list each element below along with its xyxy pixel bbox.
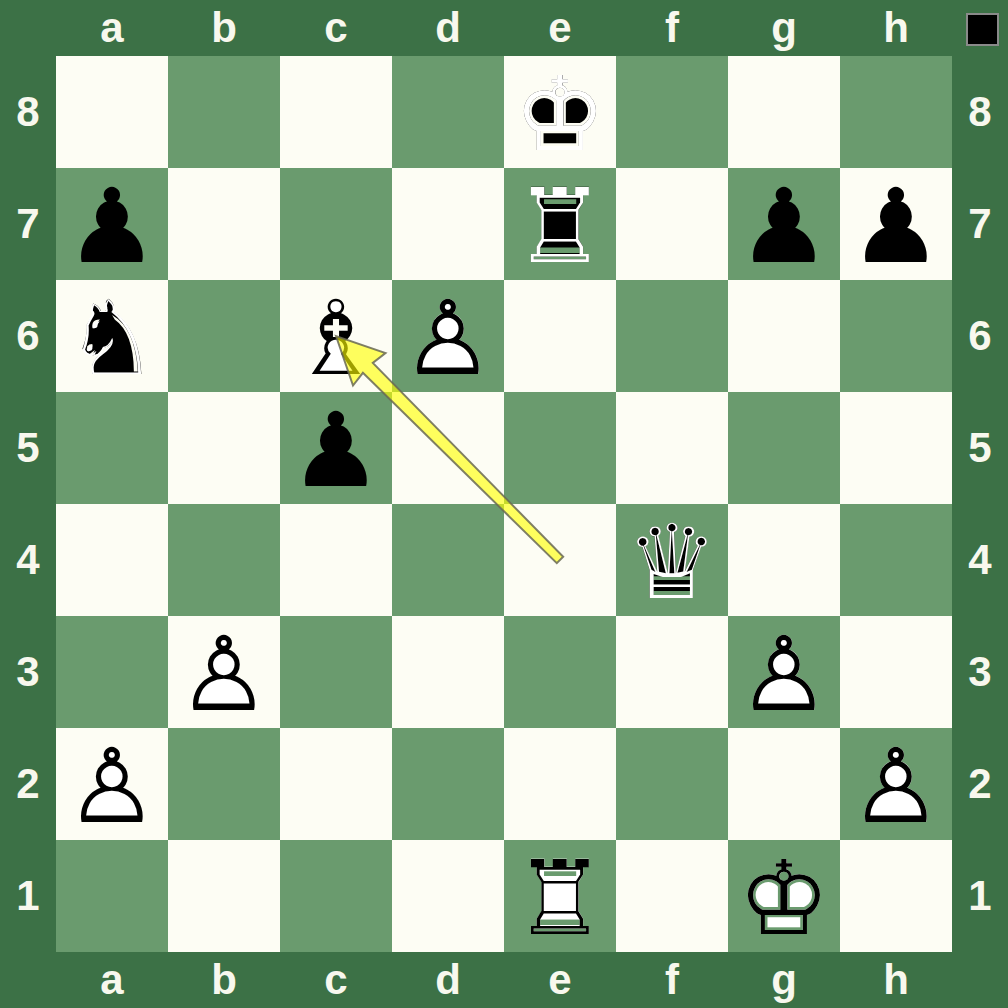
white-pawn[interactable]: ♟♙: [840, 728, 952, 840]
square-a7[interactable]: ♟: [56, 168, 168, 280]
square-e5[interactable]: [504, 392, 616, 504]
rank-label-5: 5: [0, 392, 56, 504]
square-b2[interactable]: [168, 728, 280, 840]
rank-label-2: 2: [952, 728, 1008, 840]
square-b1[interactable]: [168, 840, 280, 952]
rank-label-7: 7: [952, 168, 1008, 280]
white-king[interactable]: ♚♔: [728, 840, 840, 952]
file-label-e: e: [504, 0, 616, 56]
piece-glyph: ♟: [280, 394, 392, 506]
piece-glyph: ♔: [728, 842, 840, 954]
piece-glyph: ♖: [504, 170, 616, 282]
chess-app: abcdefgh abcdefgh 87654321 87654321 ♚♔♟♜…: [0, 0, 1008, 1008]
rank-label-6: 6: [952, 280, 1008, 392]
piece-glyph: ♙: [168, 618, 280, 730]
rank-label-4: 4: [0, 504, 56, 616]
file-label-b: b: [168, 0, 280, 56]
piece-glyph: ♙: [56, 730, 168, 842]
file-label-d: d: [392, 0, 504, 56]
square-a6[interactable]: ♞♘: [56, 280, 168, 392]
square-h2[interactable]: ♟♙: [840, 728, 952, 840]
square-d7[interactable]: [392, 168, 504, 280]
square-c8[interactable]: [280, 56, 392, 168]
square-a3[interactable]: [56, 616, 168, 728]
square-a1[interactable]: [56, 840, 168, 952]
white-rook[interactable]: ♜♖: [504, 840, 616, 952]
square-d6[interactable]: ♟♙: [392, 280, 504, 392]
white-bishop[interactable]: ♝♗: [280, 280, 392, 392]
file-label-d: d: [392, 952, 504, 1008]
file-label-e: e: [504, 952, 616, 1008]
square-f1[interactable]: [616, 840, 728, 952]
square-h3[interactable]: [840, 616, 952, 728]
square-g3[interactable]: ♟♙: [728, 616, 840, 728]
square-a8[interactable]: [56, 56, 168, 168]
file-label-h: h: [840, 0, 952, 56]
square-c3[interactable]: [280, 616, 392, 728]
square-e1[interactable]: ♜♖: [504, 840, 616, 952]
square-a4[interactable]: [56, 504, 168, 616]
white-pawn[interactable]: ♟♙: [392, 280, 504, 392]
file-label-a: a: [56, 0, 168, 56]
square-h5[interactable]: [840, 392, 952, 504]
square-c1[interactable]: [280, 840, 392, 952]
square-d2[interactable]: [392, 728, 504, 840]
black-king[interactable]: ♚♔: [504, 56, 616, 168]
white-pawn[interactable]: ♟♙: [56, 728, 168, 840]
square-f8[interactable]: [616, 56, 728, 168]
rank-label-3: 3: [952, 616, 1008, 728]
square-g2[interactable]: [728, 728, 840, 840]
black-to-move-indicator: [966, 13, 999, 46]
square-h7[interactable]: ♟: [840, 168, 952, 280]
rank-label-4: 4: [952, 504, 1008, 616]
piece-glyph: ♕: [616, 506, 728, 618]
square-d5[interactable]: [392, 392, 504, 504]
black-knight[interactable]: ♞♘: [56, 280, 168, 392]
file-label-f: f: [616, 952, 728, 1008]
square-h4[interactable]: [840, 504, 952, 616]
square-g4[interactable]: [728, 504, 840, 616]
square-h8[interactable]: [840, 56, 952, 168]
file-label-f: f: [616, 0, 728, 56]
square-d4[interactable]: [392, 504, 504, 616]
square-d8[interactable]: [392, 56, 504, 168]
file-label-c: c: [280, 952, 392, 1008]
piece-glyph: ♟: [728, 170, 840, 282]
square-g5[interactable]: [728, 392, 840, 504]
rank-labels-left: 87654321: [0, 56, 56, 952]
rank-label-1: 1: [952, 840, 1008, 952]
square-g6[interactable]: [728, 280, 840, 392]
square-b5[interactable]: [168, 392, 280, 504]
square-a2[interactable]: ♟♙: [56, 728, 168, 840]
rank-label-5: 5: [952, 392, 1008, 504]
square-c6[interactable]: ♝♗: [280, 280, 392, 392]
square-f3[interactable]: [616, 616, 728, 728]
file-label-c: c: [280, 0, 392, 56]
square-e3[interactable]: [504, 616, 616, 728]
black-pawn[interactable]: ♟: [840, 168, 952, 280]
black-queen[interactable]: ♛♕: [616, 504, 728, 616]
piece-glyph: ♙: [840, 730, 952, 842]
square-b8[interactable]: [168, 56, 280, 168]
file-labels-top: abcdefgh: [56, 0, 952, 56]
square-f4[interactable]: ♛♕: [616, 504, 728, 616]
black-pawn[interactable]: ♟: [280, 392, 392, 504]
square-e6[interactable]: [504, 280, 616, 392]
piece-glyph: ♟: [840, 170, 952, 282]
file-labels-bottom: abcdefgh: [56, 952, 952, 1008]
rank-label-6: 6: [0, 280, 56, 392]
white-pawn[interactable]: ♟♙: [168, 616, 280, 728]
rank-label-1: 1: [0, 840, 56, 952]
rank-label-3: 3: [0, 616, 56, 728]
square-e8[interactable]: ♚♔: [504, 56, 616, 168]
square-f7[interactable]: [616, 168, 728, 280]
square-g1[interactable]: ♚♔: [728, 840, 840, 952]
square-h1[interactable]: [840, 840, 952, 952]
square-c7[interactable]: [280, 168, 392, 280]
square-a5[interactable]: [56, 392, 168, 504]
rank-label-8: 8: [0, 56, 56, 168]
piece-glyph: ♔: [504, 58, 616, 170]
square-e4[interactable]: [504, 504, 616, 616]
piece-glyph: ♖: [504, 842, 616, 954]
square-c5[interactable]: ♟: [280, 392, 392, 504]
white-pawn[interactable]: ♟♙: [728, 616, 840, 728]
square-h6[interactable]: [840, 280, 952, 392]
piece-glyph: ♙: [728, 618, 840, 730]
square-f2[interactable]: [616, 728, 728, 840]
square-f5[interactable]: [616, 392, 728, 504]
piece-glyph: ♟: [56, 170, 168, 282]
file-label-h: h: [840, 952, 952, 1008]
rank-label-7: 7: [0, 168, 56, 280]
black-pawn[interactable]: ♟: [728, 168, 840, 280]
rank-label-2: 2: [0, 728, 56, 840]
black-pawn[interactable]: ♟: [56, 168, 168, 280]
square-f6[interactable]: [616, 280, 728, 392]
square-b7[interactable]: [168, 168, 280, 280]
file-label-a: a: [56, 952, 168, 1008]
square-b3[interactable]: ♟♙: [168, 616, 280, 728]
square-c2[interactable]: [280, 728, 392, 840]
square-g8[interactable]: [728, 56, 840, 168]
square-d1[interactable]: [392, 840, 504, 952]
piece-glyph: ♗: [280, 282, 392, 394]
black-rook[interactable]: ♜♖: [504, 168, 616, 280]
file-label-g: g: [728, 0, 840, 56]
file-label-g: g: [728, 952, 840, 1008]
file-label-b: b: [168, 952, 280, 1008]
square-g7[interactable]: ♟: [728, 168, 840, 280]
piece-glyph: ♘: [56, 282, 168, 394]
rank-label-8: 8: [952, 56, 1008, 168]
square-b4[interactable]: [168, 504, 280, 616]
square-b6[interactable]: [168, 280, 280, 392]
square-e2[interactable]: [504, 728, 616, 840]
rank-labels-right: 87654321: [952, 56, 1008, 952]
square-e7[interactable]: ♜♖: [504, 168, 616, 280]
square-d3[interactable]: [392, 616, 504, 728]
chess-board: ♚♔♟♜♖♟♟♞♘♝♗♟♙♟♛♕♟♙♟♙♟♙♟♙♜♖♚♔: [56, 56, 952, 952]
square-c4[interactable]: [280, 504, 392, 616]
piece-glyph: ♙: [392, 282, 504, 394]
